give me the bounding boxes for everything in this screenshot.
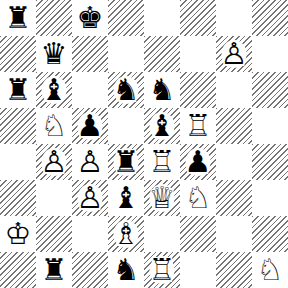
square-b7[interactable]: ♛ <box>36 36 72 72</box>
white-bishop[interactable]: ♗ <box>108 216 144 252</box>
square-f3[interactable]: ♘ <box>180 180 216 216</box>
square-c7[interactable] <box>72 36 108 72</box>
square-d4[interactable]: ♜ <box>108 144 144 180</box>
square-e2[interactable] <box>144 216 180 252</box>
white-pawn[interactable]: ♙ <box>216 36 252 72</box>
square-c4[interactable]: ♙ <box>72 144 108 180</box>
black-knight[interactable]: ♞ <box>144 72 180 108</box>
square-g6[interactable] <box>216 72 252 108</box>
square-h2[interactable] <box>252 216 288 252</box>
black-knight[interactable]: ♞ <box>108 72 144 108</box>
square-f6[interactable] <box>180 72 216 108</box>
black-queen[interactable]: ♛ <box>36 36 72 72</box>
square-g8[interactable] <box>216 0 252 36</box>
black-bishop[interactable]: ♝ <box>36 72 72 108</box>
white-rook[interactable]: ♖ <box>144 144 180 180</box>
square-f4[interactable]: ♟ <box>180 144 216 180</box>
black-pawn[interactable]: ♟ <box>72 108 108 144</box>
square-c6[interactable] <box>72 72 108 108</box>
square-b6[interactable]: ♝ <box>36 72 72 108</box>
square-d6[interactable]: ♞ <box>108 72 144 108</box>
square-e4[interactable]: ♖ <box>144 144 180 180</box>
square-b4[interactable]: ♙ <box>36 144 72 180</box>
square-a3[interactable] <box>0 180 36 216</box>
square-a6[interactable]: ♜ <box>0 72 36 108</box>
white-king[interactable]: ♔ <box>0 216 36 252</box>
square-d8[interactable] <box>108 0 144 36</box>
white-knight[interactable]: ♘ <box>252 252 288 288</box>
square-h5[interactable] <box>252 108 288 144</box>
square-b5[interactable]: ♘ <box>36 108 72 144</box>
square-e5[interactable]: ♝ <box>144 108 180 144</box>
square-f5[interactable]: ♖ <box>180 108 216 144</box>
white-rook[interactable]: ♖ <box>144 252 180 288</box>
square-f2[interactable] <box>180 216 216 252</box>
black-bishop[interactable]: ♝ <box>108 180 144 216</box>
square-a5[interactable] <box>0 108 36 144</box>
square-g5[interactable] <box>216 108 252 144</box>
square-b2[interactable] <box>36 216 72 252</box>
black-pawn[interactable]: ♟ <box>180 144 216 180</box>
chess-diagram: ♜♚♛♙♜♝♞♞♘♟♝♖♙♙♜♖♟♙♝♕♘♔♗♜♞♖♘ <box>0 0 288 288</box>
white-pawn[interactable]: ♙ <box>72 180 108 216</box>
square-f7[interactable] <box>180 36 216 72</box>
white-knight[interactable]: ♘ <box>36 108 72 144</box>
square-h7[interactable] <box>252 36 288 72</box>
square-a8[interactable]: ♜ <box>0 0 36 36</box>
square-a2[interactable]: ♔ <box>0 216 36 252</box>
square-e3[interactable]: ♕ <box>144 180 180 216</box>
square-h4[interactable] <box>252 144 288 180</box>
white-knight[interactable]: ♘ <box>180 180 216 216</box>
square-f8[interactable] <box>180 0 216 36</box>
black-king[interactable]: ♚ <box>72 0 108 36</box>
square-g7[interactable]: ♙ <box>216 36 252 72</box>
black-rook[interactable]: ♜ <box>108 144 144 180</box>
square-g4[interactable] <box>216 144 252 180</box>
black-rook[interactable]: ♜ <box>36 252 72 288</box>
square-f1[interactable] <box>180 252 216 288</box>
square-a7[interactable] <box>0 36 36 72</box>
square-c8[interactable]: ♚ <box>72 0 108 36</box>
white-queen[interactable]: ♕ <box>144 180 180 216</box>
black-bishop[interactable]: ♝ <box>144 108 180 144</box>
black-knight[interactable]: ♞ <box>108 252 144 288</box>
square-h1[interactable]: ♘ <box>252 252 288 288</box>
square-d2[interactable]: ♗ <box>108 216 144 252</box>
square-e7[interactable] <box>144 36 180 72</box>
white-pawn[interactable]: ♙ <box>72 144 108 180</box>
square-e8[interactable] <box>144 0 180 36</box>
square-h3[interactable] <box>252 180 288 216</box>
square-a1[interactable] <box>0 252 36 288</box>
square-a4[interactable] <box>0 144 36 180</box>
square-b8[interactable] <box>36 0 72 36</box>
square-h8[interactable] <box>252 0 288 36</box>
square-d5[interactable] <box>108 108 144 144</box>
square-e6[interactable]: ♞ <box>144 72 180 108</box>
square-c5[interactable]: ♟ <box>72 108 108 144</box>
square-d1[interactable]: ♞ <box>108 252 144 288</box>
square-g1[interactable] <box>216 252 252 288</box>
black-rook[interactable]: ♜ <box>0 0 36 36</box>
square-h6[interactable] <box>252 72 288 108</box>
square-c1[interactable] <box>72 252 108 288</box>
square-c2[interactable] <box>72 216 108 252</box>
white-pawn[interactable]: ♙ <box>36 144 72 180</box>
chessboard: ♜♚♛♙♜♝♞♞♘♟♝♖♙♙♜♖♟♙♝♕♘♔♗♜♞♖♘ <box>0 0 288 288</box>
square-d7[interactable] <box>108 36 144 72</box>
square-c3[interactable]: ♙ <box>72 180 108 216</box>
black-rook[interactable]: ♜ <box>0 72 36 108</box>
square-g3[interactable] <box>216 180 252 216</box>
square-e1[interactable]: ♖ <box>144 252 180 288</box>
square-b3[interactable] <box>36 180 72 216</box>
square-g2[interactable] <box>216 216 252 252</box>
square-b1[interactable]: ♜ <box>36 252 72 288</box>
white-rook[interactable]: ♖ <box>180 108 216 144</box>
square-d3[interactable]: ♝ <box>108 180 144 216</box>
